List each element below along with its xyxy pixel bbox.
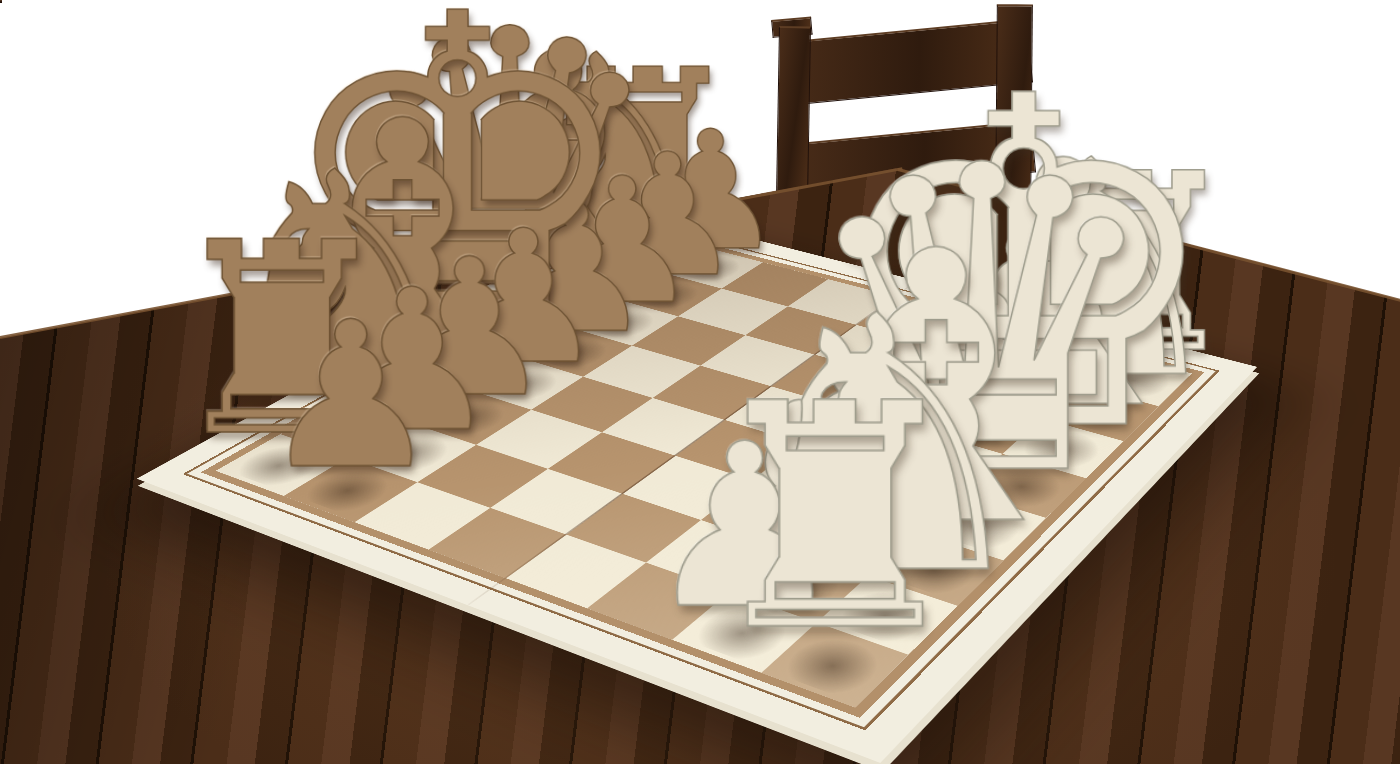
- rook-glyph: ♜: [567, 363, 1103, 674]
- photo-scene: ♜♟♟♜♞♟♟♞♝♟♟♝♛♟♟♚♚♟♟♛♝♟♟♝♞♟♟♞♜♟♟♜: [0, 0, 1400, 764]
- chair-left-seat: [0, 0, 2, 3]
- square-a1: ♜: [761, 623, 908, 708]
